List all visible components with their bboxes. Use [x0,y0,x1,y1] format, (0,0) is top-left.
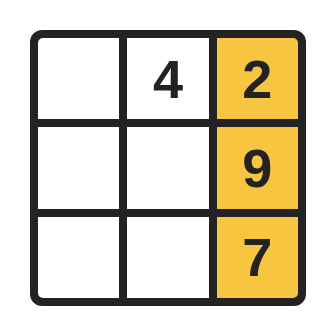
cell-r3c2[interactable] [127,217,208,298]
puzzle-canvas: 4 2 9 7 [0,0,336,336]
cell-r2c3[interactable]: 9 [217,127,298,208]
sudoku-board: 4 2 9 7 [30,30,306,306]
cell-r1c2[interactable]: 4 [127,38,208,119]
cell-r3c1[interactable] [38,217,119,298]
cell-r1c1[interactable] [38,38,119,119]
cell-r2c1[interactable] [38,127,119,208]
cell-r1c3[interactable]: 2 [217,38,298,119]
cell-r3c3[interactable]: 7 [217,217,298,298]
cell-r2c2[interactable] [127,127,208,208]
